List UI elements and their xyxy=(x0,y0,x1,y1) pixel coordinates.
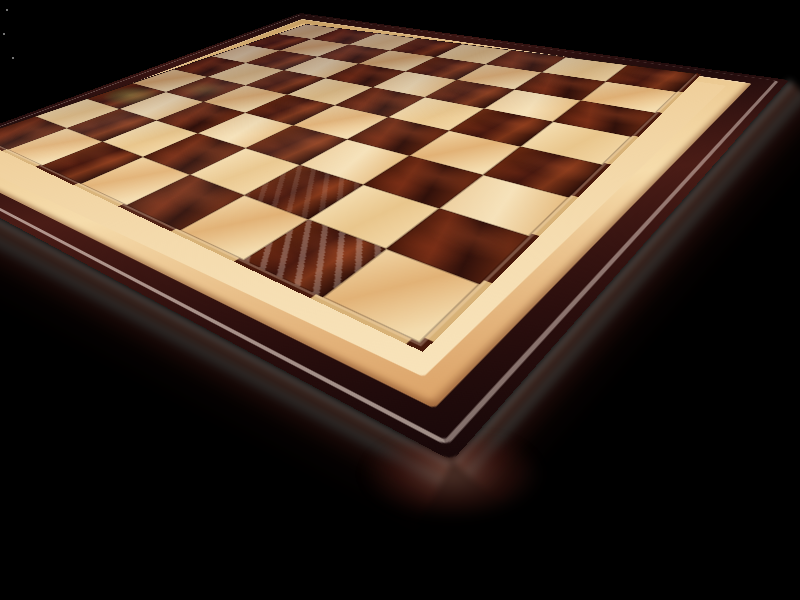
photo-backdrop xyxy=(0,0,800,600)
dust-speck xyxy=(6,9,8,11)
dust-speck xyxy=(12,57,14,59)
dust-speck xyxy=(3,33,5,35)
